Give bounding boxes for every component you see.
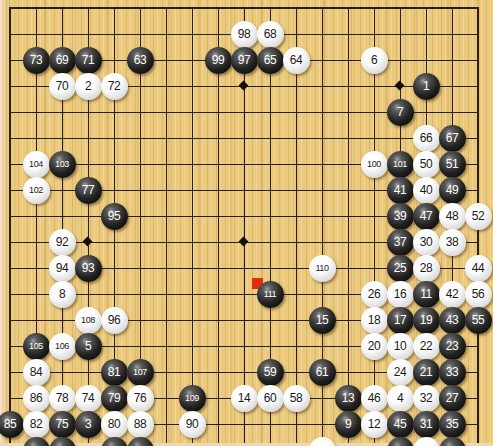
black-stone: 13 (335, 385, 362, 412)
black-stone: 25 (387, 255, 414, 282)
white-stone: 76 (127, 385, 154, 412)
white-stone: 58 (283, 385, 310, 412)
grid-line-vertical (192, 7, 193, 443)
stone-move-number: 93 (82, 262, 94, 274)
white-stone: 18 (361, 307, 388, 334)
stone-move-number: 90 (186, 418, 198, 430)
stone-move-number: 69 (56, 54, 68, 66)
black-stone: 69 (49, 47, 76, 74)
stone-move-number: 80 (108, 418, 120, 430)
black-stone: 49 (439, 177, 466, 204)
stone-move-number: 37 (394, 236, 406, 248)
black-stone: 31 (413, 411, 440, 438)
stone-move-number: 72 (108, 80, 120, 92)
stone-move-number: 66 (420, 132, 432, 144)
black-stone: 59 (257, 359, 284, 386)
white-stone: 60 (257, 385, 284, 412)
black-stone (101, 437, 128, 446)
black-stone: 15 (309, 307, 336, 334)
stone-move-number: 43 (446, 314, 458, 326)
stone-move-number: 44 (472, 262, 484, 274)
stone-move-number: 39 (394, 210, 406, 222)
white-stone: 50 (413, 151, 440, 178)
white-stone: 24 (387, 359, 414, 386)
stone-move-number: 56 (472, 288, 484, 300)
black-stone: 51 (439, 151, 466, 178)
stone-move-number: 4 (397, 392, 403, 404)
white-stone: 84 (23, 359, 50, 386)
stone-move-number: 23 (446, 340, 458, 352)
white-stone: 44 (465, 255, 492, 282)
white-stone: 8 (49, 281, 76, 308)
stone-move-number: 64 (290, 54, 302, 66)
white-stone: 98 (231, 21, 258, 48)
stone-move-number: 26 (368, 288, 380, 300)
white-stone: 6 (361, 47, 388, 74)
white-stone: 90 (179, 411, 206, 438)
stone-move-number: 100 (367, 160, 381, 169)
stone-move-number: 98 (238, 28, 250, 40)
white-stone: 4 (387, 385, 414, 412)
black-stone: 79 (101, 385, 128, 412)
stone-move-number: 76 (134, 392, 146, 404)
white-stone: 92 (49, 229, 76, 256)
stone-move-number: 35 (446, 418, 458, 430)
white-stone: 64 (283, 47, 310, 74)
stone-move-number: 102 (29, 186, 43, 195)
black-stone: 81 (101, 359, 128, 386)
stone-move-number: 8 (59, 288, 65, 300)
white-stone: 22 (413, 333, 440, 360)
black-stone: 11 (413, 281, 440, 308)
white-stone: 88 (127, 411, 154, 438)
black-stone: 67 (439, 125, 466, 152)
stone-move-number: 59 (264, 366, 276, 378)
stone-move-number: 67 (446, 132, 458, 144)
grid-line-vertical (9, 7, 11, 443)
stone-move-number: 19 (420, 314, 432, 326)
black-stone: 93 (75, 255, 102, 282)
black-stone: 39 (387, 203, 414, 230)
stone-move-number: 84 (30, 366, 42, 378)
black-stone: 63 (127, 47, 154, 74)
white-stone: 14 (231, 385, 258, 412)
black-stone: 41 (387, 177, 414, 204)
grid-line-vertical (166, 7, 167, 443)
stone-move-number: 60 (264, 392, 276, 404)
black-stone: 35 (439, 411, 466, 438)
black-stone: 97 (231, 47, 258, 74)
stone-move-number: 2 (85, 80, 91, 92)
stone-move-number: 86 (30, 392, 42, 404)
stone-move-number: 101 (393, 160, 407, 169)
white-stone: 52 (465, 203, 492, 230)
stone-move-number: 70 (56, 80, 68, 92)
black-stone: 33 (439, 359, 466, 386)
black-stone: 95 (101, 203, 128, 230)
stone-move-number: 85 (4, 418, 16, 430)
black-stone: 45 (387, 411, 414, 438)
stone-move-number: 22 (420, 340, 432, 352)
stone-move-number: 49 (446, 184, 458, 196)
stone-move-number: 28 (420, 262, 432, 274)
black-stone: 1 (413, 73, 440, 100)
white-stone: 46 (361, 385, 388, 412)
black-stone: 5 (75, 333, 102, 360)
stone-move-number: 96 (108, 314, 120, 326)
black-stone: 61 (309, 359, 336, 386)
white-stone: 28 (413, 255, 440, 282)
stone-move-number: 10 (394, 340, 406, 352)
stone-move-number: 82 (30, 418, 42, 430)
black-stone: 9 (335, 411, 362, 438)
stone-move-number: 105 (29, 342, 43, 351)
stone-move-number: 21 (420, 366, 432, 378)
star-point (239, 81, 249, 91)
white-stone: 2 (75, 73, 102, 100)
stone-move-number: 42 (446, 288, 458, 300)
stone-move-number: 52 (472, 210, 484, 222)
grid-line-horizontal (9, 7, 479, 9)
white-stone: 40 (413, 177, 440, 204)
black-stone (49, 437, 76, 446)
white-stone (413, 437, 440, 446)
white-stone: 20 (361, 333, 388, 360)
black-stone: 105 (23, 333, 50, 360)
white-stone: 94 (49, 255, 76, 282)
stone-move-number: 63 (134, 54, 146, 66)
white-stone: 42 (439, 281, 466, 308)
stone-move-number: 18 (368, 314, 380, 326)
stone-move-number: 7 (397, 106, 403, 118)
stone-move-number: 33 (446, 366, 458, 378)
stone-move-number: 32 (420, 392, 432, 404)
stone-move-number: 17 (394, 314, 406, 326)
stone-move-number: 108 (81, 316, 95, 325)
stone-move-number: 20 (368, 340, 380, 352)
black-stone: 101 (387, 151, 414, 178)
stone-move-number: 30 (420, 236, 432, 248)
stone-move-number: 79 (108, 392, 120, 404)
white-stone: 70 (49, 73, 76, 100)
white-stone: 106 (49, 333, 76, 360)
stone-move-number: 40 (420, 184, 432, 196)
star-point (395, 81, 405, 91)
white-stone: 80 (101, 411, 128, 438)
white-stone: 38 (439, 229, 466, 256)
stone-move-number: 16 (394, 288, 406, 300)
stone-move-number: 78 (56, 392, 68, 404)
black-stone: 99 (205, 47, 232, 74)
stone-move-number: 51 (446, 158, 458, 170)
black-stone: 103 (49, 151, 76, 178)
stone-move-number: 13 (342, 392, 354, 404)
white-stone: 10 (387, 333, 414, 360)
stone-move-number: 11 (420, 288, 431, 300)
grid-line-horizontal (9, 138, 479, 139)
stone-move-number: 110 (315, 264, 328, 273)
black-stone: 85 (0, 411, 24, 438)
black-stone: 37 (387, 229, 414, 256)
black-stone: 23 (439, 333, 466, 360)
black-stone: 109 (179, 385, 206, 412)
white-stone: 48 (439, 203, 466, 230)
stone-move-number: 58 (290, 392, 302, 404)
stone-move-number: 103 (55, 160, 69, 169)
stone-move-number: 111 (264, 290, 276, 299)
stone-move-number: 25 (394, 262, 406, 274)
white-stone: 100 (361, 151, 388, 178)
stone-move-number: 14 (238, 392, 250, 404)
stone-move-number: 106 (55, 342, 69, 351)
black-stone: 77 (75, 177, 102, 204)
white-stone: 26 (361, 281, 388, 308)
white-stone: 12 (361, 411, 388, 438)
white-stone: 74 (75, 385, 102, 412)
stone-move-number: 107 (133, 368, 147, 377)
stone-move-number: 94 (56, 262, 68, 274)
white-stone: 32 (413, 385, 440, 412)
black-stone: 19 (413, 307, 440, 334)
stone-move-number: 47 (420, 210, 432, 222)
black-stone: 43 (439, 307, 466, 334)
stone-move-number: 92 (56, 236, 68, 248)
stone-move-number: 95 (108, 210, 120, 222)
stone-move-number: 15 (316, 314, 328, 326)
black-stone: 111 (257, 281, 284, 308)
black-stone: 75 (49, 411, 76, 438)
stone-move-number: 74 (82, 392, 94, 404)
star-point (239, 237, 249, 247)
stone-move-number: 109 (185, 394, 199, 403)
stone-move-number: 104 (29, 160, 43, 169)
stone-move-number: 38 (446, 236, 458, 248)
stone-move-number: 27 (446, 392, 458, 404)
stone-move-number: 24 (394, 366, 406, 378)
white-stone: 78 (49, 385, 76, 412)
board-left-bevel (0, 0, 7, 446)
black-stone: 71 (75, 47, 102, 74)
stone-move-number: 73 (30, 54, 42, 66)
stone-move-number: 97 (238, 54, 250, 66)
stone-move-number: 61 (316, 366, 328, 378)
white-stone: 72 (101, 73, 128, 100)
stone-move-number: 50 (420, 158, 432, 170)
white-stone: 104 (23, 151, 50, 178)
stone-move-number: 41 (394, 184, 406, 196)
black-stone (23, 437, 50, 446)
white-stone: 16 (387, 281, 414, 308)
white-stone: 82 (23, 411, 50, 438)
stone-move-number: 46 (368, 392, 380, 404)
black-stone: 65 (257, 47, 284, 74)
stone-move-number: 71 (82, 54, 94, 66)
stone-move-number: 77 (82, 184, 94, 196)
black-stone: 21 (413, 359, 440, 386)
stone-move-number: 81 (108, 366, 120, 378)
stone-move-number: 12 (368, 418, 380, 430)
black-stone: 7 (387, 99, 414, 126)
black-stone (387, 437, 414, 446)
stone-move-number: 75 (56, 418, 68, 430)
stone-move-number: 55 (472, 314, 484, 326)
stone-move-number: 1 (423, 80, 429, 92)
star-point (83, 237, 93, 247)
grid-line-vertical (348, 7, 349, 443)
go-board[interactable]: 9868736971639997656467027217666710410310… (0, 0, 493, 446)
black-stone: 47 (413, 203, 440, 230)
stone-move-number: 88 (134, 418, 146, 430)
stone-move-number: 5 (85, 340, 91, 352)
white-stone: 110 (309, 255, 336, 282)
stone-move-number: 6 (371, 54, 377, 66)
stone-move-number: 48 (446, 210, 458, 222)
stone-move-number: 65 (264, 54, 276, 66)
black-stone: 3 (75, 411, 102, 438)
stone-move-number: 45 (394, 418, 406, 430)
white-stone: 86 (23, 385, 50, 412)
white-stone: 102 (23, 177, 50, 204)
white-stone (309, 437, 336, 446)
black-stone: 73 (23, 47, 50, 74)
white-stone: 56 (465, 281, 492, 308)
black-stone (127, 437, 154, 446)
white-stone: 66 (413, 125, 440, 152)
black-stone: 55 (465, 307, 492, 334)
stone-move-number: 31 (420, 418, 432, 430)
stone-move-number: 68 (264, 28, 276, 40)
stone-move-number: 99 (212, 54, 224, 66)
stone-move-number: 9 (345, 418, 351, 430)
black-stone (439, 437, 466, 446)
white-stone: 108 (75, 307, 102, 334)
black-stone: 107 (127, 359, 154, 386)
black-stone: 17 (387, 307, 414, 334)
white-stone: 30 (413, 229, 440, 256)
black-stone: 27 (439, 385, 466, 412)
white-stone: 68 (257, 21, 284, 48)
stone-move-number: 3 (85, 418, 91, 430)
white-stone: 96 (101, 307, 128, 334)
